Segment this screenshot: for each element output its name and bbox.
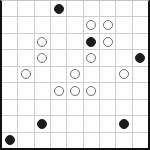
cell-r2c1[interactable] xyxy=(18,34,33,49)
cell-r5c8[interactable] xyxy=(133,83,148,98)
cell-r4c7[interactable] xyxy=(116,67,131,82)
masyu-white-pearl-icon xyxy=(70,86,80,96)
masyu-white-pearl-icon xyxy=(54,86,64,96)
cell-r3c4[interactable] xyxy=(67,50,82,65)
cell-r4c2[interactable] xyxy=(35,67,50,82)
cell-r4c8[interactable] xyxy=(133,67,148,82)
cell-r7c6[interactable] xyxy=(100,116,115,131)
masyu-white-pearl-icon xyxy=(86,20,96,30)
masyu-white-pearl-icon xyxy=(21,69,31,79)
masyu-white-pearl-icon xyxy=(37,37,47,47)
cell-r2c0[interactable] xyxy=(2,34,17,49)
cell-r7c1[interactable] xyxy=(18,116,33,131)
cell-r7c7[interactable] xyxy=(116,116,131,131)
cell-r1c0[interactable] xyxy=(2,17,17,32)
masyu-white-pearl-icon xyxy=(103,37,113,47)
cell-r7c3[interactable] xyxy=(51,116,66,131)
cell-r2c8[interactable] xyxy=(133,34,148,49)
cell-r6c6[interactable] xyxy=(100,100,115,115)
cell-r8c5[interactable] xyxy=(84,133,99,148)
cell-r6c5[interactable] xyxy=(84,100,99,115)
masyu-black-pearl-icon xyxy=(5,135,15,145)
cell-r8c8[interactable] xyxy=(133,133,148,148)
cell-r3c5[interactable] xyxy=(84,50,99,65)
cell-r2c2[interactable] xyxy=(35,34,50,49)
cell-r6c8[interactable] xyxy=(133,100,148,115)
masyu-black-pearl-icon xyxy=(119,119,129,129)
cell-r1c4[interactable] xyxy=(67,17,82,32)
cell-r2c6[interactable] xyxy=(100,34,115,49)
masyu-white-pearl-icon xyxy=(37,53,47,63)
cell-r8c3[interactable] xyxy=(51,133,66,148)
cell-r1c7[interactable] xyxy=(116,17,131,32)
cell-r2c3[interactable] xyxy=(51,34,66,49)
cell-r5c0[interactable] xyxy=(2,83,17,98)
cell-r5c7[interactable] xyxy=(116,83,131,98)
cell-r4c1[interactable] xyxy=(18,67,33,82)
masyu-board xyxy=(0,0,150,150)
cell-r5c6[interactable] xyxy=(100,83,115,98)
masyu-white-pearl-icon xyxy=(103,20,113,30)
cell-r8c1[interactable] xyxy=(18,133,33,148)
masyu-white-pearl-icon xyxy=(86,53,96,63)
cell-r1c2[interactable] xyxy=(35,17,50,32)
cell-r4c6[interactable] xyxy=(100,67,115,82)
cell-r6c0[interactable] xyxy=(2,100,17,115)
cell-r6c2[interactable] xyxy=(35,100,50,115)
cell-r3c6[interactable] xyxy=(100,50,115,65)
cell-r0c5[interactable] xyxy=(84,1,99,16)
cell-r1c1[interactable] xyxy=(18,17,33,32)
cell-r5c1[interactable] xyxy=(18,83,33,98)
cell-r5c2[interactable] xyxy=(35,83,50,98)
cell-r4c3[interactable] xyxy=(51,67,66,82)
masyu-white-pearl-icon xyxy=(119,69,129,79)
cell-r0c4[interactable] xyxy=(67,1,82,16)
cell-r2c7[interactable] xyxy=(116,34,131,49)
cell-r6c3[interactable] xyxy=(51,100,66,115)
cell-r0c0[interactable] xyxy=(2,1,17,16)
cell-r0c3[interactable] xyxy=(51,1,66,16)
cell-r5c3[interactable] xyxy=(51,83,66,98)
cell-r3c1[interactable] xyxy=(18,50,33,65)
cell-r7c8[interactable] xyxy=(133,116,148,131)
cell-r3c8[interactable] xyxy=(133,50,148,65)
cell-r0c7[interactable] xyxy=(116,1,131,16)
cell-r2c5[interactable] xyxy=(84,34,99,49)
cell-r2c4[interactable] xyxy=(67,34,82,49)
cell-r8c7[interactable] xyxy=(116,133,131,148)
cell-r3c3[interactable] xyxy=(51,50,66,65)
cell-r0c2[interactable] xyxy=(35,1,50,16)
cell-r3c7[interactable] xyxy=(116,50,131,65)
cell-r4c4[interactable] xyxy=(67,67,82,82)
masyu-white-pearl-icon xyxy=(70,69,80,79)
cell-r4c0[interactable] xyxy=(2,67,17,82)
cell-r7c4[interactable] xyxy=(67,116,82,131)
cell-r5c4[interactable] xyxy=(67,83,82,98)
cell-r1c8[interactable] xyxy=(133,17,148,32)
masyu-black-pearl-icon xyxy=(37,119,47,129)
masyu-black-pearl-icon xyxy=(54,4,64,14)
cell-r8c0[interactable] xyxy=(2,133,17,148)
masyu-black-pearl-icon xyxy=(86,37,96,47)
cell-r3c2[interactable] xyxy=(35,50,50,65)
cell-r3c0[interactable] xyxy=(2,50,17,65)
cell-r6c1[interactable] xyxy=(18,100,33,115)
cell-r0c6[interactable] xyxy=(100,1,115,16)
cell-r7c0[interactable] xyxy=(2,116,17,131)
cell-r8c6[interactable] xyxy=(100,133,115,148)
cell-r1c3[interactable] xyxy=(51,17,66,32)
cell-r6c7[interactable] xyxy=(116,100,131,115)
cell-r4c5[interactable] xyxy=(84,67,99,82)
cell-r8c4[interactable] xyxy=(67,133,82,148)
cell-r7c5[interactable] xyxy=(84,116,99,131)
cell-r0c8[interactable] xyxy=(133,1,148,16)
cell-r0c1[interactable] xyxy=(18,1,33,16)
cell-r1c6[interactable] xyxy=(100,17,115,32)
cell-r1c5[interactable] xyxy=(84,17,99,32)
masyu-black-pearl-icon xyxy=(135,53,145,63)
masyu-white-pearl-icon xyxy=(86,86,96,96)
cell-r6c4[interactable] xyxy=(67,100,82,115)
cell-r8c2[interactable] xyxy=(35,133,50,148)
cell-r7c2[interactable] xyxy=(35,116,50,131)
cell-r5c5[interactable] xyxy=(84,83,99,98)
